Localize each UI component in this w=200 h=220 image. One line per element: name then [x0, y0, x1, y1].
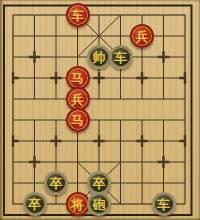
piece-red-general[interactable]: 将 — [66, 192, 90, 216]
piece-black-chariot[interactable]: 车 — [152, 192, 176, 216]
piece-red-chariot[interactable]: 车 — [66, 3, 90, 27]
piece-black-chariot[interactable]: 车 — [109, 45, 133, 69]
piece-black-cannon[interactable]: 砲 — [87, 192, 111, 216]
piece-red-horse[interactable]: 马 — [66, 108, 90, 132]
board-intersection-grid[interactable]: 车兵帅车马兵马卒卒卒将砲车 — [2, 5, 196, 215]
piece-black-general[interactable]: 帅 — [87, 45, 111, 69]
piece-red-soldier[interactable]: 兵 — [130, 24, 154, 48]
piece-black-soldier[interactable]: 卒 — [44, 171, 68, 195]
xiangqi-board: 车兵帅车马兵马卒卒卒将砲车 — [0, 0, 200, 220]
piece-black-soldier[interactable]: 卒 — [23, 192, 47, 216]
